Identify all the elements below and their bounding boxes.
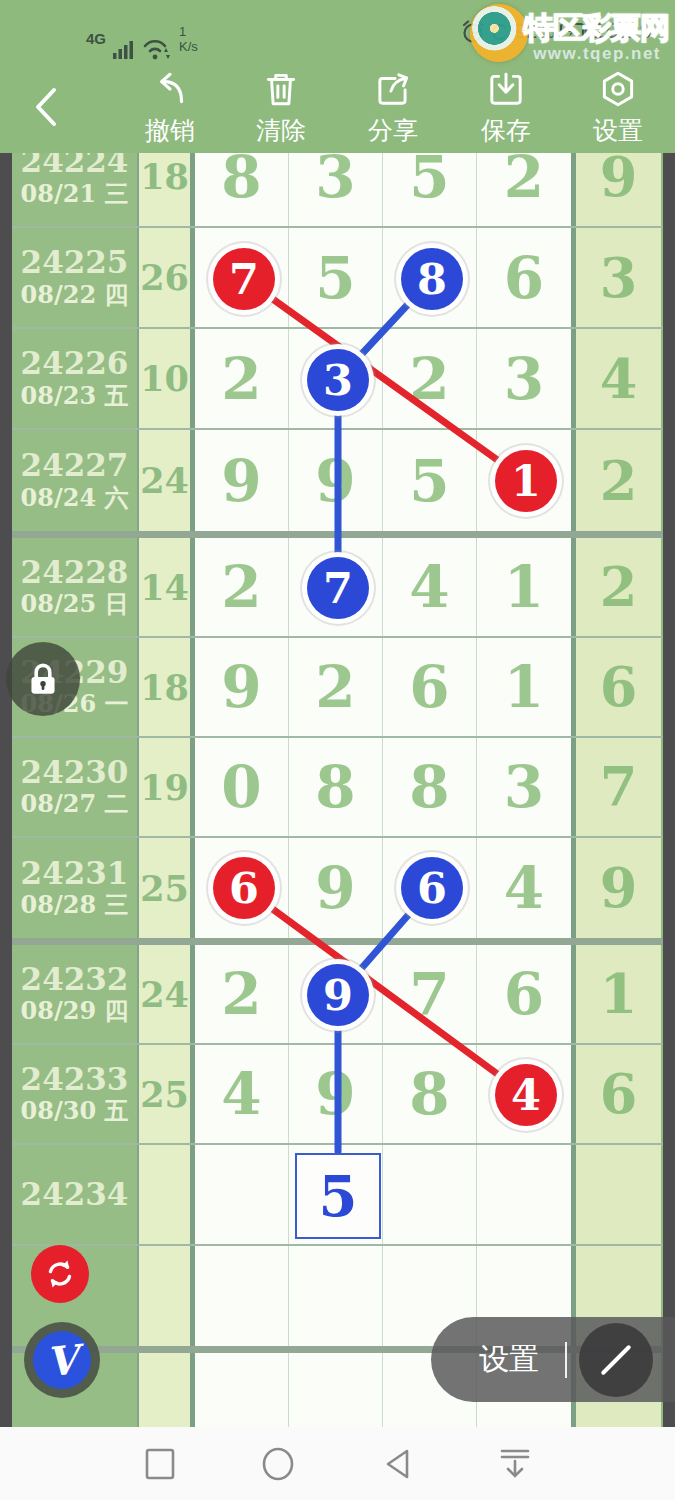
period-number: 24225 [21,245,129,281]
digit-cell-r4c0[interactable]: 2 [195,538,289,636]
power-mode-icon [490,20,510,42]
settings-icon [597,68,639,110]
sum-cell [139,1145,190,1244]
sum-cell: 26 [139,228,190,327]
boxed-digit[interactable]: 5 [295,1153,381,1239]
lock-icon [22,658,64,700]
last-digit-cell[interactable]: 3 [576,228,661,327]
left-margin-strip [0,127,12,1427]
last-digit-cell[interactable]: 6 [576,1045,661,1143]
last-digit-cell[interactable]: 9 [576,838,661,938]
group-separator [12,531,663,538]
red-circled-digit[interactable]: 7 [213,248,275,310]
red-circled-digit[interactable]: 1 [495,450,557,512]
sum-cell: 19 [139,738,190,836]
pill-settings-label[interactable]: 设置 [479,1339,539,1380]
last-digit-cell[interactable]: 4 [576,329,661,428]
digit-cell-r8c3[interactable]: 6 [477,945,571,1043]
pen-icon [600,1344,631,1375]
sum-cell: 14 [139,538,190,636]
home-button[interactable] [248,1434,308,1494]
period-cell: 2422808/25 日 [12,538,139,636]
save-icon [485,68,527,110]
draw-date: 08/22 四 [21,281,129,310]
digit-cell-r11c1[interactable] [289,1246,383,1346]
digit-cell-r6c3[interactable]: 3 [477,738,571,836]
digit-cell-r5c0[interactable]: 9 [195,638,289,736]
blue-circled-digit[interactable]: 7 [307,557,369,619]
period-cell: 2423308/30 五 [12,1045,139,1143]
settings-button[interactable]: 设置 [572,68,664,147]
pen-button[interactable] [579,1323,653,1397]
blue-circled-digit[interactable]: 3 [307,349,369,411]
digit-cell-r3c1[interactable]: 9 [289,430,383,531]
blue-circled-digit[interactable]: 9 [307,964,369,1026]
digit-cell-r1c1[interactable]: 5 [289,228,383,327]
sum-cell [139,1353,190,1427]
save-button[interactable]: 保存 [460,68,552,147]
sum-cell: 25 [139,1045,190,1143]
speed-value: 1 [179,25,186,39]
wifi-icon [142,14,172,60]
digit-cell-r9c0[interactable]: 4 [195,1045,289,1143]
android-nav-bar [0,1427,675,1500]
battery-icon [560,20,588,42]
clock-time: 10.19 [593,18,653,44]
table-row-24229: 2422908/26 一1892616 [12,638,663,738]
alarm-clock-icon [461,18,485,44]
digit-cell-r11c0[interactable] [195,1246,289,1346]
period-cell: 2422608/23 五 [12,329,139,428]
digit-cell-r5c3[interactable]: 1 [477,638,571,736]
refresh-button[interactable] [31,1245,89,1303]
undo-label: 撤销 [145,114,195,147]
draw-mode-button[interactable]: V [24,1322,100,1398]
network-speed: 1 K/s [179,25,198,60]
digit-cell-r10c2[interactable] [383,1145,477,1244]
table-row-24227: 2422708/24 六2499512 [12,430,663,531]
sum-cell [139,1246,190,1346]
digit-cell-r6c1[interactable]: 8 [289,738,383,836]
draw-date: 08/30 五 [21,1097,129,1126]
draw-mode-v-icon: V [30,1328,94,1392]
undo-button[interactable]: 撤销 [124,68,216,147]
status-left: 4G 1 K/s [86,14,198,60]
digit-cell-r8c0[interactable]: 2 [195,945,289,1043]
digit-cell-r8c2[interactable]: 7 [383,945,477,1043]
draw-date: 08/28 三 [21,891,129,920]
digit-cell-r2c2[interactable]: 2 [383,329,477,428]
period-cell: 2423008/27 二 [12,738,139,836]
share-button[interactable]: 分享 [347,68,439,147]
status-right: 92% 10.19 [461,18,653,44]
settings-label: 设置 [593,114,643,147]
blue-circled-digit[interactable]: 8 [401,248,463,310]
digit-cell-r12c0[interactable] [195,1353,289,1427]
period-number: 24231 [21,856,129,892]
pill-divider [565,1342,567,1378]
period-number: 24233 [21,1062,129,1098]
network-type-label: 4G [86,31,106,60]
clear-label: 清除 [256,114,306,147]
period-number: 24230 [21,755,129,791]
draw-date: 08/29 四 [21,997,129,1026]
digit-cell-r3c0[interactable]: 9 [195,430,289,531]
period-number: 24234 [21,1177,129,1213]
digit-cell-r4c2[interactable]: 4 [383,538,477,636]
back-button[interactable] [28,84,64,130]
digit-cell-r5c2[interactable]: 6 [383,638,477,736]
back-nav-button[interactable] [367,1434,427,1494]
lock-button[interactable] [6,642,80,716]
battery-percent: 92% [515,20,555,43]
sum-cell: 25 [139,838,190,938]
draw-date: 08/27 二 [21,790,129,819]
draw-date: 08/25 日 [21,590,129,619]
period-number: 24226 [21,346,129,382]
digit-cell-r2c3[interactable]: 3 [477,329,571,428]
digit-cell-r5c1[interactable]: 2 [289,638,383,736]
digit-cell-r6c0[interactable]: 0 [195,738,289,836]
last-digit-cell[interactable]: 7 [576,738,661,836]
digit-cell-r1c3[interactable]: 6 [477,228,571,327]
red-circled-digit[interactable]: 4 [495,1064,557,1126]
settings-pill[interactable]: 设置 [431,1317,675,1402]
sum-cell: 24 [139,945,190,1043]
digit-cell-r2c0[interactable]: 2 [195,329,289,428]
period-number: 24228 [21,555,129,591]
period-cell: 2423108/28 三 [12,838,139,938]
period-number: 24227 [21,448,129,484]
digit-cell-r10c3[interactable] [477,1145,571,1244]
last-digit-cell[interactable]: 1 [576,945,661,1043]
period-cell: 2423208/29 四 [12,945,139,1043]
toolbar: 撤销 清除 分享 [0,60,675,153]
trash-icon [260,68,302,110]
recents-button[interactable] [130,1434,190,1494]
table-row-24225: 2422508/22 四2675863 [12,228,663,329]
last-digit-cell[interactable]: 2 [576,430,661,531]
table-row-24233: 2423308/30 五2549846 [12,1045,663,1145]
draw-date: 08/24 六 [21,484,129,513]
period-number: 24232 [21,962,129,998]
undo-icon [149,68,191,110]
share-icon [372,68,414,110]
table-row-24230: 2423008/27 二1908837 [12,738,663,838]
digit-cell-r3c2[interactable]: 5 [383,430,477,531]
period-cell: 2422508/22 四 [12,228,139,327]
digit-cell-r9c2[interactable]: 8 [383,1045,477,1143]
blue-circled-digit[interactable]: 6 [401,857,463,919]
sum-cell: 18 [139,638,190,736]
refresh-icon [40,1254,80,1294]
period-cell: 2422708/24 六 [12,430,139,531]
digit-cell-r6c2[interactable]: 8 [383,738,477,836]
digit-cell-r10c0[interactable] [195,1145,289,1244]
digit-cell-r4c3[interactable]: 1 [477,538,571,636]
digit-cell-r9c1[interactable]: 9 [289,1045,383,1143]
draw-date: 08/23 五 [21,382,129,411]
last-digit-cell[interactable] [576,1145,661,1244]
right-margin-strip [663,127,675,1427]
status-bar: 4G 1 K/s [0,0,675,60]
speed-unit: K/s [179,40,198,54]
period-cell: 24234 [12,1145,139,1244]
sum-cell: 10 [139,329,190,428]
last-digit-cell[interactable]: 2 [576,538,661,636]
save-label: 保存 [481,114,531,147]
table-row-24231: 2423108/28 三2569649 [12,838,663,938]
lottery-trend-app: 4G 1 K/s [0,0,675,1500]
digit-cell-r7c1[interactable]: 9 [289,838,383,938]
sum-cell: 24 [139,430,190,531]
clear-button[interactable]: 清除 [235,68,327,147]
last-digit-cell[interactable]: 6 [576,638,661,736]
red-circled-digit[interactable]: 6 [213,857,275,919]
share-label: 分享 [368,114,418,147]
digit-cell-r12c1[interactable] [289,1353,383,1427]
hide-keyboard-button[interactable] [485,1434,545,1494]
group-separator [12,938,663,945]
digit-cell-r7c3[interactable]: 4 [477,838,571,938]
signal-bars-icon [113,14,135,60]
draw-date: 08/21 三 [21,180,129,209]
